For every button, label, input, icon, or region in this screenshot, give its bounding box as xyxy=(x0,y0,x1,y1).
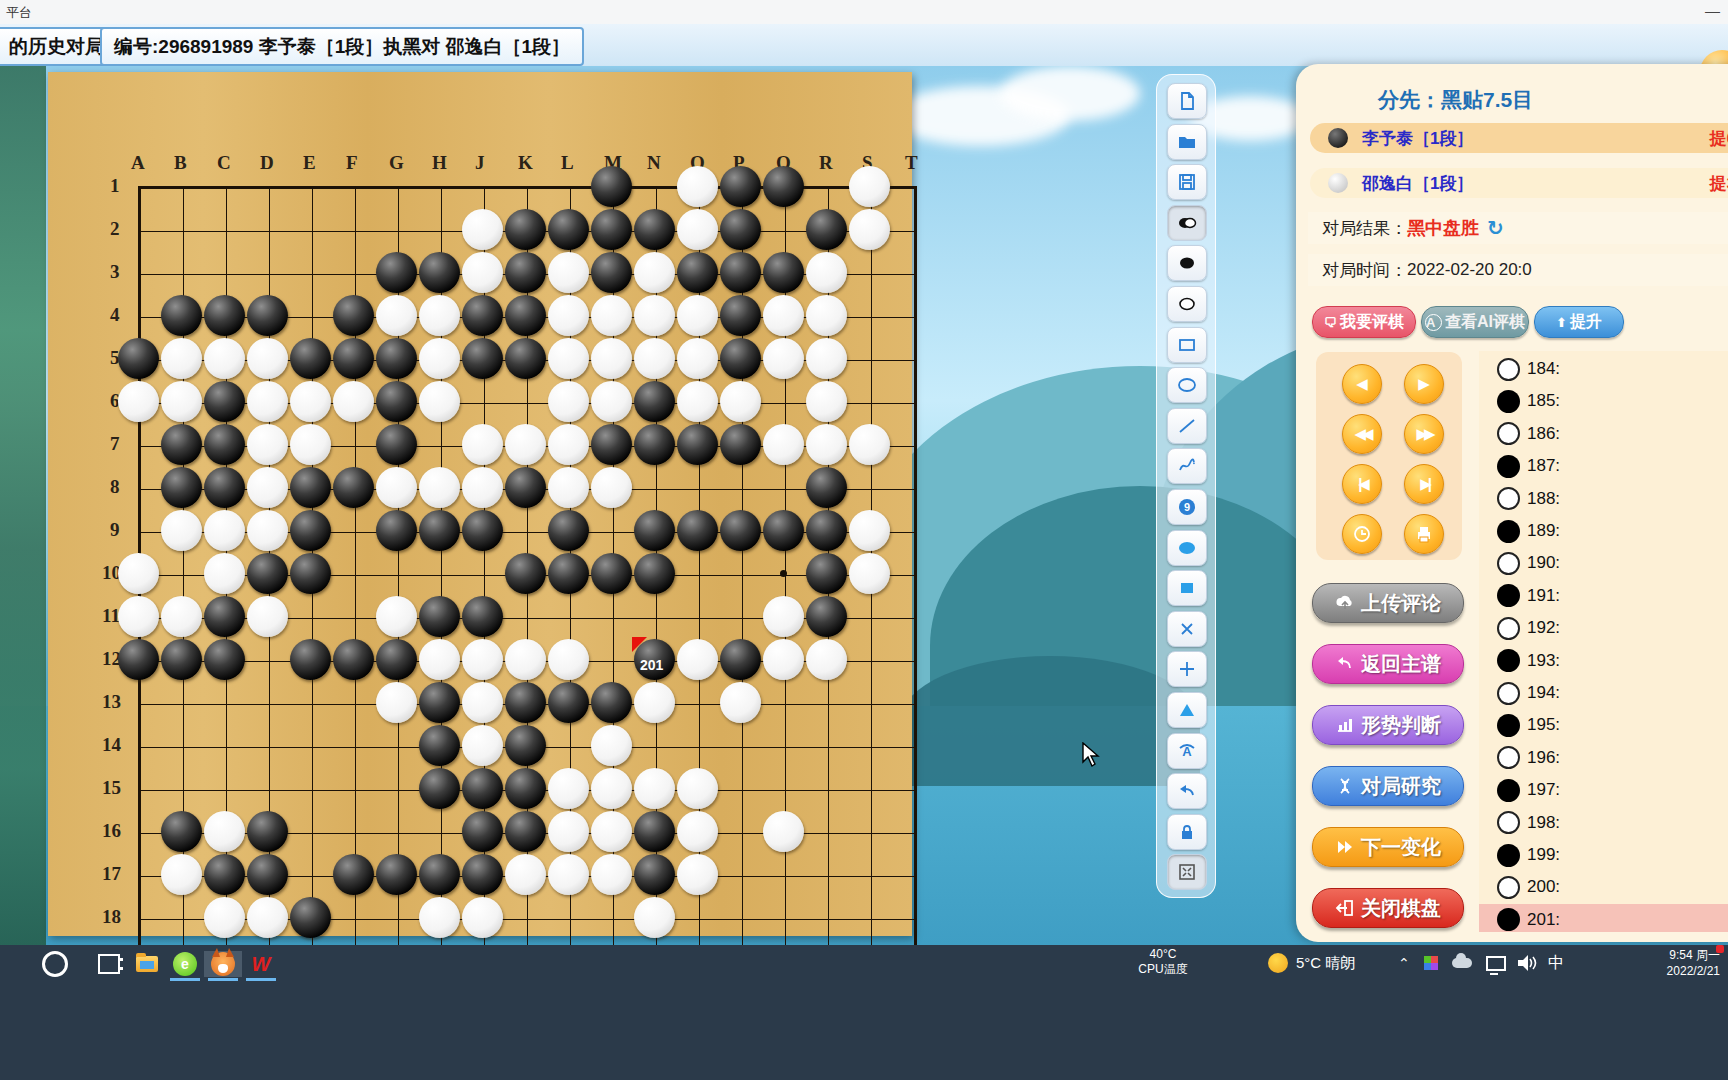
black-stone-C8[interactable] xyxy=(204,467,245,508)
black-stone-H15[interactable] xyxy=(419,768,460,809)
cloud-drive-icon[interactable] xyxy=(1452,945,1472,981)
move-list-item-196[interactable]: 196: xyxy=(1479,742,1728,774)
black-stone-G5[interactable] xyxy=(376,338,417,379)
black-stone-D17[interactable] xyxy=(247,854,288,895)
white-stone-J18[interactable] xyxy=(462,897,503,938)
hill xyxy=(900,656,1200,786)
black-stone-B8[interactable] xyxy=(161,467,202,508)
white-stone-O2[interactable] xyxy=(677,209,718,250)
black-stone-H3[interactable] xyxy=(419,252,460,293)
white-stone-D18[interactable] xyxy=(247,897,288,938)
white-stone-L7[interactable] xyxy=(548,424,589,465)
black-stone-E8[interactable] xyxy=(290,467,331,508)
speaker-icon[interactable] xyxy=(1518,945,1538,981)
black-stone-M1[interactable] xyxy=(591,166,632,207)
white-stone-M4[interactable] xyxy=(591,295,632,336)
black-stone-R8[interactable] xyxy=(806,467,847,508)
close-board-button[interactable]: 关闭棋盘 xyxy=(1312,888,1464,928)
undo-icon[interactable] xyxy=(1167,773,1207,809)
white-stone-E6[interactable] xyxy=(290,381,331,422)
fast-back-button[interactable]: ◀◀ xyxy=(1342,414,1382,454)
white-stone-H18[interactable] xyxy=(419,897,460,938)
white-stone-G8[interactable] xyxy=(376,467,417,508)
black-stone-G9[interactable] xyxy=(376,510,417,551)
black-stone-P2[interactable] xyxy=(720,209,761,250)
black-stone-M3[interactable] xyxy=(591,252,632,293)
black-stone-H9[interactable] xyxy=(419,510,460,551)
black-stone-K13[interactable] xyxy=(505,682,546,723)
move-list-item-190[interactable]: 190: xyxy=(1479,547,1728,579)
move-list-item-198[interactable]: 198: xyxy=(1479,807,1728,839)
white-stone-G4[interactable] xyxy=(376,295,417,336)
white-stone-D6[interactable] xyxy=(247,381,288,422)
line-tool-icon[interactable] xyxy=(1167,408,1207,444)
last-move-button[interactable]: ▶| xyxy=(1404,464,1444,504)
white-stone-D7[interactable] xyxy=(247,424,288,465)
network-icon[interactable] xyxy=(1486,945,1506,981)
row-label-9: 9 xyxy=(110,519,120,541)
clock[interactable]: 9:54 周一 2022/2/21 xyxy=(1640,947,1720,979)
white-stone-M16[interactable] xyxy=(591,811,632,852)
black-stone-P1[interactable] xyxy=(720,166,761,207)
ime-indicator[interactable]: 中 xyxy=(1548,945,1564,981)
black-stone-J15[interactable] xyxy=(462,768,503,809)
black-stone-C6[interactable] xyxy=(204,381,245,422)
black-stone-N2[interactable] xyxy=(634,209,675,250)
tray-chevron-icon[interactable]: ⌃ xyxy=(1398,945,1410,981)
col-label-T: T xyxy=(905,152,918,174)
expand-icon[interactable] xyxy=(1167,854,1207,890)
white-stone-M8[interactable] xyxy=(591,467,632,508)
game-research-button[interactable]: 对局研究 xyxy=(1312,766,1464,806)
move-number-text: 186: xyxy=(1527,424,1560,444)
white-stone-D9[interactable] xyxy=(247,510,288,551)
white-stone-B5[interactable] xyxy=(161,338,202,379)
black-stone-icon[interactable] xyxy=(1167,245,1207,281)
row-label-7: 7 xyxy=(110,433,120,455)
white-stone-S2[interactable] xyxy=(849,209,890,250)
white-stone-N5[interactable] xyxy=(634,338,675,379)
black-stone-G3[interactable] xyxy=(376,252,417,293)
black-stone-K4[interactable] xyxy=(505,295,546,336)
refresh-icon[interactable]: ↻ xyxy=(1487,216,1504,240)
tray-app-icon[interactable] xyxy=(1424,945,1438,981)
white-stone-B11[interactable] xyxy=(161,596,202,637)
black-stone-L9[interactable] xyxy=(548,510,589,551)
black-stone-E18[interactable] xyxy=(290,897,331,938)
white-stone-G11[interactable] xyxy=(376,596,417,637)
black-stone-G17[interactable] xyxy=(376,854,417,895)
white-move-stone-icon xyxy=(1497,876,1520,899)
black-stone-B12[interactable] xyxy=(161,639,202,680)
black-stone-R2[interactable] xyxy=(806,209,847,250)
black-stone-D4[interactable] xyxy=(247,295,288,336)
white-stone-Q12[interactable] xyxy=(763,639,804,680)
black-stone-K5[interactable] xyxy=(505,338,546,379)
row-label-17: 17 xyxy=(102,863,121,885)
white-stone-L15[interactable] xyxy=(548,768,589,809)
move-list-item-195[interactable]: 195: xyxy=(1479,709,1728,741)
white-stone-C5[interactable] xyxy=(204,338,245,379)
white-stone-J2[interactable] xyxy=(462,209,503,250)
white-player-bar: 邵逸白［1段］ 提3 xyxy=(1310,168,1728,198)
black-stone-K14[interactable] xyxy=(505,725,546,766)
go-board[interactable]: ABCDEFGHJKLMNOPQRST123456789101112131415… xyxy=(48,72,912,936)
white-stone-O17[interactable] xyxy=(677,854,718,895)
black-stone-R9[interactable] xyxy=(806,510,847,551)
black-stone-C4[interactable] xyxy=(204,295,245,336)
back-to-main-button[interactable]: 返回主谱 xyxy=(1312,644,1464,684)
next-variation-button[interactable]: 下一变化 xyxy=(1312,827,1464,867)
white-stone-J13[interactable] xyxy=(462,682,503,723)
black-stone-N10[interactable] xyxy=(634,553,675,594)
file-explorer-icon[interactable] xyxy=(128,951,166,977)
white-stone-S10[interactable] xyxy=(849,553,890,594)
row-label-3: 3 xyxy=(110,261,120,283)
freehand-tool-icon[interactable] xyxy=(1167,448,1207,484)
black-stone-F8[interactable] xyxy=(333,467,374,508)
col-label-R: R xyxy=(819,152,833,174)
white-stone-E7[interactable] xyxy=(290,424,331,465)
white-stone-N3[interactable] xyxy=(634,252,675,293)
white-stone-M17[interactable] xyxy=(591,854,632,895)
white-stone-B9[interactable] xyxy=(161,510,202,551)
black-stone-C12[interactable] xyxy=(204,639,245,680)
white-stone-B6[interactable] xyxy=(161,381,202,422)
black-stone-Q3[interactable] xyxy=(763,252,804,293)
up-arrow-icon: ⬆ xyxy=(1556,315,1567,330)
fox-go-app-icon[interactable] xyxy=(204,951,242,977)
white-stone-O12[interactable] xyxy=(677,639,718,680)
white-stone-L5[interactable] xyxy=(548,338,589,379)
weather-widget[interactable]: 5°C 晴朗 xyxy=(1268,945,1355,981)
black-stone-K10[interactable] xyxy=(505,553,546,594)
plus-tool-icon[interactable] xyxy=(1167,651,1207,687)
black-stone-N17[interactable] xyxy=(634,854,675,895)
white-stone-H8[interactable] xyxy=(419,467,460,508)
position-judge-button[interactable]: 形势判断 xyxy=(1312,705,1464,745)
print-button[interactable] xyxy=(1404,514,1444,554)
white-stone-M6[interactable] xyxy=(591,381,632,422)
white-stone-K17[interactable] xyxy=(505,854,546,895)
black-stone-F4[interactable] xyxy=(333,295,374,336)
black-stone-D16[interactable] xyxy=(247,811,288,852)
black-stone-Q1[interactable] xyxy=(763,166,804,207)
white-stone-L17[interactable] xyxy=(548,854,589,895)
white-stone-O5[interactable] xyxy=(677,338,718,379)
request-review-button[interactable]: 🗨 我要评棋 xyxy=(1312,306,1416,338)
black-stone-F5[interactable] xyxy=(333,338,374,379)
white-stone-R12[interactable] xyxy=(806,639,847,680)
next-move-button[interactable]: ▶ xyxy=(1404,364,1444,404)
white-stone-J3[interactable] xyxy=(462,252,503,293)
black-stone-F17[interactable] xyxy=(333,854,374,895)
komi-rule-text: 分先：黑贴7.5目 xyxy=(1378,86,1728,114)
filled-square-icon[interactable] xyxy=(1167,570,1207,606)
new-file-icon[interactable] xyxy=(1167,83,1207,119)
white-stone-H12[interactable] xyxy=(419,639,460,680)
minimize-button[interactable]: — xyxy=(1705,2,1720,19)
white-stone-H4[interactable] xyxy=(419,295,460,336)
move-number-text: 185: xyxy=(1527,391,1560,411)
move-list-item-200[interactable]: 200: xyxy=(1479,871,1728,903)
ellipse-tool-icon[interactable] xyxy=(1167,367,1207,403)
black-stone-Q9[interactable] xyxy=(763,510,804,551)
black-stone-M10[interactable] xyxy=(591,553,632,594)
black-stone-R10[interactable] xyxy=(806,553,847,594)
white-stone-A11[interactable] xyxy=(118,596,159,637)
black-move-stone-icon xyxy=(1497,455,1520,478)
white-stone-Q16[interactable] xyxy=(763,811,804,852)
white-stone-D11[interactable] xyxy=(247,596,288,637)
ai-icon: A xyxy=(1425,314,1442,331)
white-stone-S1[interactable] xyxy=(849,166,890,207)
black-stone-M13[interactable] xyxy=(591,682,632,723)
wps-office-icon[interactable]: W xyxy=(242,951,280,977)
white-stone-Q7[interactable] xyxy=(763,424,804,465)
move-list-item-187[interactable]: 187: xyxy=(1479,450,1728,482)
white-move-stone-icon xyxy=(1497,746,1520,769)
white-stone-L16[interactable] xyxy=(548,811,589,852)
black-stone-K8[interactable] xyxy=(505,467,546,508)
black-stone-B16[interactable] xyxy=(161,811,202,852)
white-stone-A10[interactable] xyxy=(118,553,159,594)
black-stone-K15[interactable] xyxy=(505,768,546,809)
browser-icon[interactable]: e xyxy=(166,951,204,977)
black-stone-C7[interactable] xyxy=(204,424,245,465)
row-label-18: 18 xyxy=(102,906,121,928)
white-move-stone-icon xyxy=(1497,617,1520,640)
black-stone-H17[interactable] xyxy=(419,854,460,895)
cross-tool-icon[interactable] xyxy=(1167,611,1207,647)
white-stone-Q4[interactable] xyxy=(763,295,804,336)
white-stone-L6[interactable] xyxy=(548,381,589,422)
white-stone-K12[interactable] xyxy=(505,639,546,680)
black-stone-D10[interactable] xyxy=(247,553,288,594)
row-label-2: 2 xyxy=(110,218,120,240)
black-stone-E9[interactable] xyxy=(290,510,331,551)
black-stone-P9[interactable] xyxy=(720,510,761,551)
white-stone-J8[interactable] xyxy=(462,467,503,508)
move-list-item-189[interactable]: 189: xyxy=(1479,515,1728,547)
black-move-stone-icon xyxy=(1497,714,1520,737)
black-stone-O7[interactable] xyxy=(677,424,718,465)
lock-icon[interactable] xyxy=(1167,814,1207,850)
white-stone-D5[interactable] xyxy=(247,338,288,379)
task-view-icon[interactable] xyxy=(90,951,128,977)
last-move-marker xyxy=(632,637,647,652)
letter-tool-icon[interactable]: A xyxy=(1167,733,1207,769)
black-stone-N7[interactable] xyxy=(634,424,675,465)
white-stone-L4[interactable] xyxy=(548,295,589,336)
black-stone-N9[interactable] xyxy=(634,510,675,551)
white-stone-C16[interactable] xyxy=(204,811,245,852)
black-stone-P12[interactable] xyxy=(720,639,761,680)
black-stone-A12[interactable] xyxy=(118,639,159,680)
white-stone-O16[interactable] xyxy=(677,811,718,852)
white-stone-S9[interactable] xyxy=(849,510,890,551)
white-stone-D8[interactable] xyxy=(247,467,288,508)
black-stone-C17[interactable] xyxy=(204,854,245,895)
improve-button[interactable]: ⬆ 提升 xyxy=(1534,306,1624,338)
white-stone-L3[interactable] xyxy=(548,252,589,293)
white-stone-N15[interactable] xyxy=(634,768,675,809)
black-stone-G6[interactable] xyxy=(376,381,417,422)
tab-bar: 的历史对局 编号:296891989 李予泰［1段］执黑对 邵逸白［1段］ xyxy=(0,24,1728,68)
black-stone-N16[interactable] xyxy=(634,811,675,852)
white-stone-L8[interactable] xyxy=(548,467,589,508)
black-stone-J5[interactable] xyxy=(462,338,503,379)
black-stone-F12[interactable] xyxy=(333,639,374,680)
white-stone-P6[interactable] xyxy=(720,381,761,422)
open-folder-icon[interactable] xyxy=(1167,124,1207,160)
black-player-bar: 李予泰［1段］ 提6 xyxy=(1310,123,1728,153)
white-stone-Q11[interactable] xyxy=(763,596,804,637)
triangle-tool-icon[interactable] xyxy=(1167,692,1207,728)
black-stone-P5[interactable] xyxy=(720,338,761,379)
black-stone-J9[interactable] xyxy=(462,510,503,551)
black-stone-K16[interactable] xyxy=(505,811,546,852)
white-stone-N13[interactable] xyxy=(634,682,675,723)
first-move-button[interactable]: |◀ xyxy=(1342,464,1382,504)
move-list-item-194[interactable]: 194: xyxy=(1479,677,1728,709)
move-list-panel[interactable]: 184:185:186:187:188:189:190:191:192:193:… xyxy=(1479,351,1728,932)
white-stone-B17[interactable] xyxy=(161,854,202,895)
white-stone-N4[interactable] xyxy=(634,295,675,336)
black-stone-P3[interactable] xyxy=(720,252,761,293)
white-stone-M5[interactable] xyxy=(591,338,632,379)
black-stone-M7[interactable] xyxy=(591,424,632,465)
rectangle-tool-icon[interactable] xyxy=(1167,327,1207,363)
move-number-text: 195: xyxy=(1527,715,1560,735)
game-research-button-label: 对局研究 xyxy=(1361,773,1441,800)
move-list-item-191[interactable]: 191: xyxy=(1479,580,1728,612)
save-icon[interactable] xyxy=(1167,164,1207,200)
white-stone-A6[interactable] xyxy=(118,381,159,422)
move-list-item-197[interactable]: 197: xyxy=(1479,774,1728,806)
filled-ellipse-icon[interactable] xyxy=(1167,530,1207,566)
black-stone-H14[interactable] xyxy=(419,725,460,766)
white-stone-H5[interactable] xyxy=(419,338,460,379)
black-stone-J4[interactable] xyxy=(462,295,503,336)
running-indicator xyxy=(170,978,200,981)
row-label-15: 15 xyxy=(102,777,121,799)
white-stone-O4[interactable] xyxy=(677,295,718,336)
white-stone-L12[interactable] xyxy=(548,639,589,680)
move-list-item-188[interactable]: 188: xyxy=(1479,483,1728,515)
move-list-item-199[interactable]: 199: xyxy=(1479,839,1728,871)
black-stone-L13[interactable] xyxy=(548,682,589,723)
white-stone-M14[interactable] xyxy=(591,725,632,766)
black-stone-H13[interactable] xyxy=(419,682,460,723)
white-stone-F6[interactable] xyxy=(333,381,374,422)
white-stone-R7[interactable] xyxy=(806,424,847,465)
white-stone-G13[interactable] xyxy=(376,682,417,723)
white-stone-Q5[interactable] xyxy=(763,338,804,379)
move-list-item-185[interactable]: 185: xyxy=(1479,385,1728,417)
black-stone-N6[interactable] xyxy=(634,381,675,422)
black-stone-G12[interactable] xyxy=(376,639,417,680)
prev-move-button[interactable]: ◀ xyxy=(1342,364,1382,404)
upload-comment-button[interactable]: 上传评论 xyxy=(1312,583,1464,623)
black-stone-P7[interactable] xyxy=(720,424,761,465)
black-stone-B4[interactable] xyxy=(161,295,202,336)
black-stone-L10[interactable] xyxy=(548,553,589,594)
white-stone-O1[interactable] xyxy=(677,166,718,207)
black-stone-J11[interactable] xyxy=(462,596,503,637)
white-stone-O6[interactable] xyxy=(677,381,718,422)
black-stone-E12[interactable] xyxy=(290,639,331,680)
black-stone-H11[interactable] xyxy=(419,596,460,637)
white-stone-icon[interactable] xyxy=(1167,286,1207,322)
white-stone-R4[interactable] xyxy=(806,295,847,336)
white-stone-O15[interactable] xyxy=(677,768,718,809)
move-list-item-192[interactable]: 192: xyxy=(1479,612,1728,644)
move-list-item-184[interactable]: 184: xyxy=(1479,353,1728,385)
white-stone-N18[interactable] xyxy=(634,897,675,938)
move-number-text: 193: xyxy=(1527,651,1560,671)
white-stone-R5[interactable] xyxy=(806,338,847,379)
black-stone-A5[interactable] xyxy=(118,338,159,379)
black-stone-J17[interactable] xyxy=(462,854,503,895)
white-move-stone-icon xyxy=(1497,487,1520,510)
move-number-text: 191: xyxy=(1527,586,1560,606)
alternate-stones-icon[interactable] xyxy=(1167,205,1207,241)
running-indicator xyxy=(208,978,238,981)
timer-button[interactable] xyxy=(1342,514,1382,554)
move-list-item-201[interactable]: 201: xyxy=(1479,904,1728,932)
white-stone-H6[interactable] xyxy=(419,381,460,422)
black-stone-K2[interactable] xyxy=(505,209,546,250)
white-stone-R3[interactable] xyxy=(806,252,847,293)
black-stone-K3[interactable] xyxy=(505,252,546,293)
white-stone-K7[interactable] xyxy=(505,424,546,465)
black-stone-R11[interactable] xyxy=(806,596,847,637)
white-stone-M15[interactable] xyxy=(591,768,632,809)
move-number-icon[interactable]: 9 xyxy=(1167,489,1207,525)
white-stone-J7[interactable] xyxy=(462,424,503,465)
black-stone-L2[interactable] xyxy=(548,209,589,250)
white-stone-C18[interactable] xyxy=(204,897,245,938)
black-stone-O3[interactable] xyxy=(677,252,718,293)
white-stone-C9[interactable] xyxy=(204,510,245,551)
black-stone-G7[interactable] xyxy=(376,424,417,465)
white-stone-J12[interactable] xyxy=(462,639,503,680)
black-stone-E10[interactable] xyxy=(290,553,331,594)
white-stone-S7[interactable] xyxy=(849,424,890,465)
white-stone-C10[interactable] xyxy=(204,553,245,594)
white-stone-R6[interactable] xyxy=(806,381,847,422)
row-label-1: 1 xyxy=(110,175,120,197)
start-button[interactable] xyxy=(36,951,74,977)
black-stone-C11[interactable] xyxy=(204,596,245,637)
tab-current-game[interactable]: 编号:296891989 李予泰［1段］执黑对 邵逸白［1段］ xyxy=(100,27,584,66)
black-stone-M2[interactable] xyxy=(591,209,632,250)
black-stone-P4[interactable] xyxy=(720,295,761,336)
white-stone-J14[interactable] xyxy=(462,725,503,766)
move-number-text: 194: xyxy=(1527,683,1560,703)
view-ai-review-button[interactable]: A 查看AI评棋 xyxy=(1421,306,1529,338)
move-list-item-193[interactable]: 193: xyxy=(1479,645,1728,677)
black-stone-O9[interactable] xyxy=(677,510,718,551)
fast-forward-button[interactable]: ▶▶ xyxy=(1404,414,1444,454)
black-captures: 提6 xyxy=(1710,127,1728,150)
move-list-item-186[interactable]: 186: xyxy=(1479,418,1728,450)
white-stone-P13[interactable] xyxy=(720,682,761,723)
black-stone-B7[interactable] xyxy=(161,424,202,465)
black-stone-J16[interactable] xyxy=(462,811,503,852)
black-stone-E5[interactable] xyxy=(290,338,331,379)
